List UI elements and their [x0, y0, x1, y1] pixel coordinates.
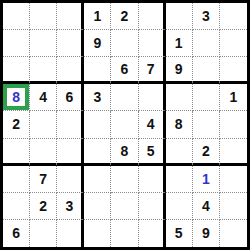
cell-r2c4[interactable]: 9	[84, 30, 111, 57]
cell-r8c7[interactable]	[166, 193, 193, 220]
cell-r1c4[interactable]: 1	[84, 3, 111, 30]
cell-r7c8[interactable]: 1	[193, 166, 220, 193]
cell-r2c3[interactable]	[57, 30, 84, 57]
cell-r7c3[interactable]	[57, 166, 84, 193]
cell-r9c6[interactable]	[139, 220, 166, 247]
cell-r4c5[interactable]	[111, 84, 138, 111]
cell-r2c9[interactable]	[220, 30, 247, 57]
cell-r7c1[interactable]	[3, 166, 30, 193]
cell-r3c5[interactable]: 6	[111, 57, 138, 84]
cell-r3c7[interactable]: 9	[166, 57, 193, 84]
cell-r8c8[interactable]: 4	[193, 193, 220, 220]
cell-r3c9[interactable]	[220, 57, 247, 84]
cell-r2c2[interactable]	[30, 30, 57, 57]
cell-r5c3[interactable]	[57, 111, 84, 138]
cell-r9c2[interactable]	[30, 220, 57, 247]
cell-r7c2[interactable]: 7	[30, 166, 57, 193]
cell-r8c3[interactable]: 3	[57, 193, 84, 220]
sudoku-board: 123916798463124885271234659	[0, 0, 250, 250]
cell-r1c5[interactable]: 2	[111, 3, 138, 30]
cell-r8c2[interactable]: 2	[30, 193, 57, 220]
cell-r2c7[interactable]: 1	[166, 30, 193, 57]
cell-r7c4[interactable]	[84, 166, 111, 193]
cell-r1c7[interactable]	[166, 3, 193, 30]
cell-r4c1[interactable]: 8	[3, 84, 30, 111]
cell-r8c5[interactable]	[111, 193, 138, 220]
cell-r6c4[interactable]	[84, 139, 111, 166]
cell-r3c3[interactable]	[57, 57, 84, 84]
cell-r4c2[interactable]: 4	[30, 84, 57, 111]
cell-r3c4[interactable]	[84, 57, 111, 84]
cell-r6c3[interactable]	[57, 139, 84, 166]
cell-r1c8[interactable]: 3	[193, 3, 220, 30]
cell-r7c5[interactable]	[111, 166, 138, 193]
cell-r9c8[interactable]: 9	[193, 220, 220, 247]
cell-r2c6[interactable]	[139, 30, 166, 57]
cell-r4c9[interactable]: 1	[220, 84, 247, 111]
cell-r9c5[interactable]	[111, 220, 138, 247]
cell-r6c9[interactable]	[220, 139, 247, 166]
cell-r1c3[interactable]	[57, 3, 84, 30]
cell-r2c1[interactable]	[3, 30, 30, 57]
cell-r1c2[interactable]	[30, 3, 57, 30]
cell-r9c4[interactable]	[84, 220, 111, 247]
cell-r5c6[interactable]: 4	[139, 111, 166, 138]
cell-r8c9[interactable]	[220, 193, 247, 220]
cell-r4c6[interactable]	[139, 84, 166, 111]
cell-r6c5[interactable]: 8	[111, 139, 138, 166]
cell-r5c4[interactable]	[84, 111, 111, 138]
cell-r9c9[interactable]	[220, 220, 247, 247]
cell-r8c6[interactable]	[139, 193, 166, 220]
cell-r5c8[interactable]	[193, 111, 220, 138]
cell-r1c6[interactable]	[139, 3, 166, 30]
cell-r9c1[interactable]: 6	[3, 220, 30, 247]
cell-r4c4[interactable]: 3	[84, 84, 111, 111]
cell-r7c6[interactable]	[139, 166, 166, 193]
cell-r3c8[interactable]	[193, 57, 220, 84]
cell-r6c8[interactable]: 2	[193, 139, 220, 166]
cell-r9c7[interactable]: 5	[166, 220, 193, 247]
cell-r7c9[interactable]	[220, 166, 247, 193]
cell-r2c8[interactable]	[193, 30, 220, 57]
cell-r3c6[interactable]: 7	[139, 57, 166, 84]
cell-r2c5[interactable]	[111, 30, 138, 57]
cell-r3c1[interactable]	[3, 57, 30, 84]
cell-r4c8[interactable]	[193, 84, 220, 111]
cell-r8c1[interactable]	[3, 193, 30, 220]
cell-r5c2[interactable]	[30, 111, 57, 138]
cell-r4c7[interactable]	[166, 84, 193, 111]
cell-r5c5[interactable]	[111, 111, 138, 138]
cell-r9c3[interactable]	[57, 220, 84, 247]
cell-r7c7[interactable]	[166, 166, 193, 193]
cell-r5c1[interactable]: 2	[3, 111, 30, 138]
cell-r6c2[interactable]	[30, 139, 57, 166]
cell-r1c1[interactable]	[3, 3, 30, 30]
cell-r5c7[interactable]: 8	[166, 111, 193, 138]
cell-r1c9[interactable]	[220, 3, 247, 30]
cell-r5c9[interactable]	[220, 111, 247, 138]
cell-r4c3[interactable]: 6	[57, 84, 84, 111]
cell-r6c6[interactable]: 5	[139, 139, 166, 166]
cell-r8c4[interactable]	[84, 193, 111, 220]
cell-r6c7[interactable]	[166, 139, 193, 166]
cell-r6c1[interactable]	[3, 139, 30, 166]
cell-r3c2[interactable]	[30, 57, 57, 84]
